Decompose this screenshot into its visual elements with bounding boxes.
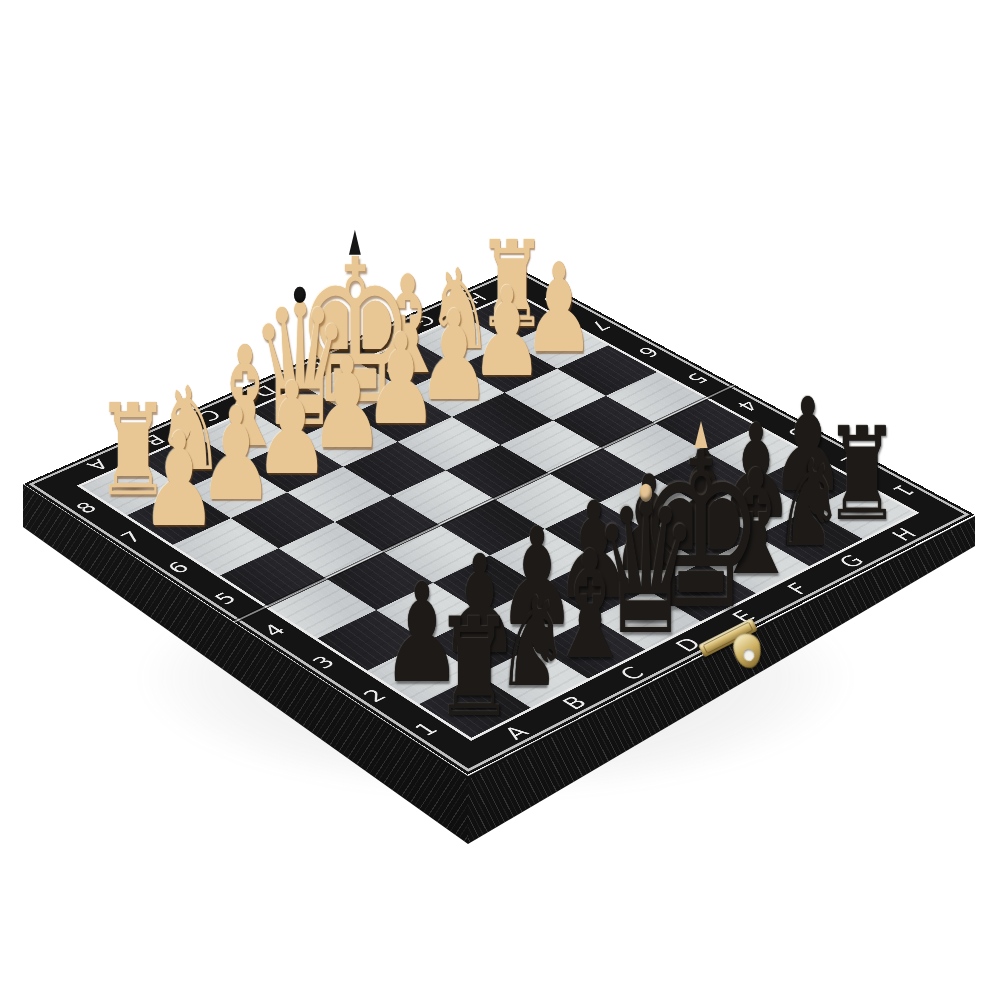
file-label-near-H: H — [889, 526, 922, 543]
rank-label-right-8: 8 — [539, 293, 566, 307]
file-label-near-C: C — [616, 665, 648, 683]
file-label-far-C: C — [195, 407, 224, 422]
file-label-far-F: F — [358, 337, 384, 351]
queen-ball-finial — [295, 286, 307, 303]
file-label-near-A: A — [501, 724, 534, 743]
rank-label-right-6: 6 — [634, 344, 662, 358]
rank-label-right-4: 4 — [732, 398, 761, 413]
rank-label-right-3: 3 — [783, 425, 812, 440]
rank-label-left-2: 2 — [360, 687, 391, 705]
file-label-far-E: E — [304, 360, 331, 374]
file-label-near-B: B — [559, 694, 591, 713]
rank-label-right-7: 7 — [586, 318, 614, 332]
rank-label-right-1: 1 — [888, 482, 918, 498]
file-label-far-A: A — [82, 457, 111, 473]
chess-set-photo: 88AA77BB66CC55DD44EE33FF22GG11HH ♜♞♝♛♚♝♞… — [0, 0, 1000, 1000]
rank-label-left-7: 7 — [118, 530, 147, 546]
file-label-far-G: G — [409, 313, 439, 328]
file-label-far-D: D — [249, 383, 279, 399]
file-label-near-G: G — [836, 553, 869, 571]
rank-label-right-2: 2 — [835, 454, 865, 470]
file-label-near-F: F — [784, 581, 814, 597]
rank-label-left-6: 6 — [164, 560, 193, 577]
clasp-tab — [731, 631, 764, 671]
rank-label-left-4: 4 — [260, 622, 290, 639]
rank-label-left-3: 3 — [309, 654, 339, 672]
clasp-hole — [742, 648, 755, 662]
rank-label-right-5: 5 — [682, 371, 710, 386]
file-label-far-B: B — [139, 432, 168, 448]
rank-label-left-8: 8 — [72, 500, 100, 516]
rank-label-left-1: 1 — [411, 720, 442, 738]
king-spike-finial — [349, 230, 361, 255]
file-label-far-H: H — [460, 290, 489, 305]
rank-label-left-5: 5 — [211, 590, 241, 607]
